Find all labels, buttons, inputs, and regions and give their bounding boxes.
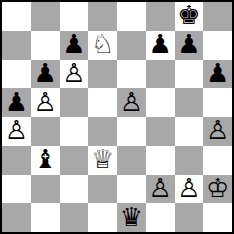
black-king-piece[interactable]: ♚ [177, 2, 200, 28]
square-d8[interactable] [88, 2, 117, 31]
square-c3[interactable] [60, 146, 89, 175]
square-e2[interactable] [117, 175, 146, 204]
white-pawn-piece[interactable]: ♙ [148, 175, 171, 201]
square-a6[interactable] [2, 60, 31, 89]
square-d5[interactable] [88, 88, 117, 117]
square-g7[interactable]: ♟ [175, 31, 204, 60]
chess-board-frame: ♚♟♘♟♟♟♙♟♟♙♙♙♙♝♕♙♙♔♛ [0, 0, 234, 234]
square-h4[interactable]: ♙ [203, 117, 232, 146]
white-king-piece[interactable]: ♔ [206, 175, 229, 201]
square-h7[interactable] [203, 31, 232, 60]
square-e5[interactable]: ♙ [117, 88, 146, 117]
square-f3[interactable] [146, 146, 175, 175]
square-d7[interactable]: ♘ [88, 31, 117, 60]
black-pawn-piece[interactable]: ♟ [62, 31, 85, 57]
square-b4[interactable] [31, 117, 60, 146]
square-f5[interactable] [146, 88, 175, 117]
square-a5[interactable]: ♟ [2, 88, 31, 117]
square-d2[interactable] [88, 175, 117, 204]
square-c6[interactable]: ♙ [60, 60, 89, 89]
square-c8[interactable] [60, 2, 89, 31]
black-bishop-piece[interactable]: ♝ [33, 146, 56, 172]
white-queen-piece[interactable]: ♕ [91, 146, 114, 172]
square-a3[interactable] [2, 146, 31, 175]
square-c1[interactable] [60, 203, 89, 232]
white-pawn-piece[interactable]: ♙ [206, 117, 229, 143]
square-c7[interactable]: ♟ [60, 31, 89, 60]
black-queen-piece[interactable]: ♛ [120, 204, 143, 230]
square-h2[interactable]: ♔ [203, 175, 232, 204]
square-a1[interactable] [2, 203, 31, 232]
white-pawn-piece[interactable]: ♙ [177, 175, 200, 201]
black-pawn-piece[interactable]: ♟ [5, 89, 28, 115]
square-g6[interactable] [175, 60, 204, 89]
square-f6[interactable] [146, 60, 175, 89]
square-f7[interactable]: ♟ [146, 31, 175, 60]
square-f2[interactable]: ♙ [146, 175, 175, 204]
square-b6[interactable]: ♟ [31, 60, 60, 89]
square-a8[interactable] [2, 2, 31, 31]
square-h5[interactable] [203, 88, 232, 117]
square-a7[interactable] [2, 31, 31, 60]
square-e6[interactable] [117, 60, 146, 89]
black-pawn-piece[interactable]: ♟ [206, 60, 229, 86]
white-pawn-piece[interactable]: ♙ [120, 89, 143, 115]
square-g2[interactable]: ♙ [175, 175, 204, 204]
square-e4[interactable] [117, 117, 146, 146]
square-b2[interactable] [31, 175, 60, 204]
square-g1[interactable] [175, 203, 204, 232]
square-a4[interactable]: ♙ [2, 117, 31, 146]
square-e1[interactable]: ♛ [117, 203, 146, 232]
square-d6[interactable] [88, 60, 117, 89]
chess-board: ♚♟♘♟♟♟♙♟♟♙♙♙♙♝♕♙♙♔♛ [2, 2, 232, 232]
square-d3[interactable]: ♕ [88, 146, 117, 175]
square-a2[interactable] [2, 175, 31, 204]
square-f8[interactable] [146, 2, 175, 31]
square-b1[interactable] [31, 203, 60, 232]
square-f4[interactable] [146, 117, 175, 146]
black-pawn-piece[interactable]: ♟ [33, 60, 56, 86]
black-pawn-piece[interactable]: ♟ [148, 31, 171, 57]
square-b8[interactable] [31, 2, 60, 31]
square-c5[interactable] [60, 88, 89, 117]
square-g8[interactable]: ♚ [175, 2, 204, 31]
square-e7[interactable] [117, 31, 146, 60]
square-h3[interactable] [203, 146, 232, 175]
white-pawn-piece[interactable]: ♙ [5, 117, 28, 143]
square-d4[interactable] [88, 117, 117, 146]
square-e8[interactable] [117, 2, 146, 31]
white-pawn-piece[interactable]: ♙ [62, 60, 85, 86]
square-g4[interactable] [175, 117, 204, 146]
square-e3[interactable] [117, 146, 146, 175]
square-g3[interactable] [175, 146, 204, 175]
square-c4[interactable] [60, 117, 89, 146]
square-h6[interactable]: ♟ [203, 60, 232, 89]
square-g5[interactable] [175, 88, 204, 117]
white-pawn-piece[interactable]: ♙ [33, 89, 56, 115]
square-b3[interactable]: ♝ [31, 146, 60, 175]
square-b5[interactable]: ♙ [31, 88, 60, 117]
square-h8[interactable] [203, 2, 232, 31]
square-d1[interactable] [88, 203, 117, 232]
black-pawn-piece[interactable]: ♟ [177, 31, 200, 57]
square-h1[interactable] [203, 203, 232, 232]
square-b7[interactable] [31, 31, 60, 60]
square-f1[interactable] [146, 203, 175, 232]
white-knight-piece[interactable]: ♘ [91, 31, 114, 57]
square-c2[interactable] [60, 175, 89, 204]
